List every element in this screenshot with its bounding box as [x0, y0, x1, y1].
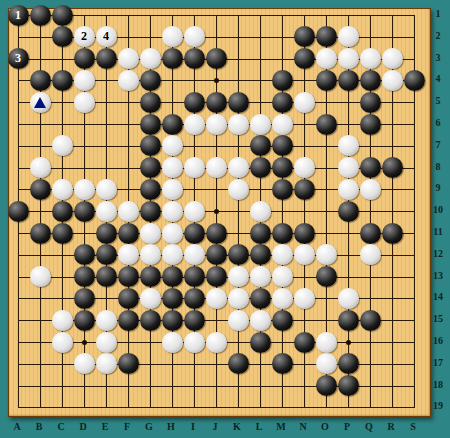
black-stone[interactable]	[272, 157, 293, 178]
black-stone[interactable]	[140, 135, 161, 156]
coordinate-label: 12	[431, 248, 445, 259]
black-stone[interactable]	[272, 310, 293, 331]
triangle-marker-icon	[34, 97, 46, 108]
black-stone[interactable]	[250, 223, 271, 244]
white-stone[interactable]	[360, 244, 381, 265]
white-stone[interactable]	[52, 179, 73, 200]
black-stone[interactable]	[140, 310, 161, 331]
white-stone[interactable]	[294, 92, 315, 113]
coordinate-label: E	[98, 421, 112, 432]
black-stone[interactable]	[360, 157, 381, 178]
black-stone[interactable]: 1	[8, 5, 29, 26]
coordinate-label: P	[340, 421, 354, 432]
white-stone[interactable]	[96, 310, 117, 331]
white-stone[interactable]	[316, 48, 337, 69]
white-stone[interactable]	[316, 353, 337, 374]
coordinate-label: A	[10, 421, 24, 432]
black-stone[interactable]	[338, 375, 359, 396]
black-stone[interactable]	[272, 223, 293, 244]
star-point	[214, 209, 219, 214]
black-stone[interactable]	[250, 288, 271, 309]
coordinate-label: F	[120, 421, 134, 432]
black-stone[interactable]	[294, 26, 315, 47]
black-stone[interactable]	[228, 92, 249, 113]
white-stone[interactable]	[228, 310, 249, 331]
black-stone[interactable]	[8, 201, 29, 222]
move-number-label: 4	[103, 29, 109, 43]
coordinate-label: 11	[431, 226, 445, 237]
white-stone[interactable]	[140, 288, 161, 309]
black-stone[interactable]	[162, 310, 183, 331]
coordinate-label: I	[186, 421, 200, 432]
black-stone[interactable]	[250, 157, 271, 178]
coordinate-label: H	[164, 421, 178, 432]
move-number-label: 1	[15, 8, 21, 22]
black-stone[interactable]	[206, 92, 227, 113]
black-stone[interactable]	[74, 48, 95, 69]
black-stone[interactable]	[294, 332, 315, 353]
black-stone[interactable]	[140, 70, 161, 91]
white-stone[interactable]	[250, 310, 271, 331]
white-stone[interactable]	[250, 201, 271, 222]
coordinate-label: G	[142, 421, 156, 432]
black-stone[interactable]	[206, 48, 227, 69]
white-stone[interactable]	[118, 201, 139, 222]
white-stone[interactable]	[162, 332, 183, 353]
black-stone[interactable]	[316, 266, 337, 287]
white-stone[interactable]	[30, 92, 51, 113]
white-stone[interactable]	[294, 157, 315, 178]
black-stone[interactable]	[140, 179, 161, 200]
white-stone[interactable]	[272, 114, 293, 135]
white-stone[interactable]	[184, 26, 205, 47]
black-stone[interactable]	[52, 223, 73, 244]
coordinate-label: 13	[431, 270, 445, 281]
coordinate-label: 8	[431, 161, 445, 172]
black-stone[interactable]	[162, 288, 183, 309]
coordinate-label: 15	[431, 313, 445, 324]
coordinate-label: 14	[431, 291, 445, 302]
coordinate-label: 3	[431, 52, 445, 63]
white-stone[interactable]	[294, 244, 315, 265]
black-stone[interactable]	[140, 157, 161, 178]
black-stone[interactable]	[96, 223, 117, 244]
white-stone[interactable]	[96, 332, 117, 353]
white-stone[interactable]: 4	[96, 26, 117, 47]
white-stone[interactable]: 2	[74, 26, 95, 47]
white-stone[interactable]	[382, 48, 403, 69]
coordinate-label: 7	[431, 139, 445, 150]
board-grid-line	[238, 15, 239, 408]
white-stone[interactable]	[228, 266, 249, 287]
black-stone[interactable]	[228, 353, 249, 374]
black-stone[interactable]	[96, 266, 117, 287]
coordinate-label: 9	[431, 182, 445, 193]
black-stone[interactable]	[382, 223, 403, 244]
star-point	[214, 78, 219, 83]
black-stone[interactable]	[118, 310, 139, 331]
black-stone[interactable]	[30, 5, 51, 26]
white-stone[interactable]	[162, 244, 183, 265]
coordinate-label: D	[76, 421, 90, 432]
white-stone[interactable]	[316, 244, 337, 265]
black-stone[interactable]	[294, 223, 315, 244]
black-stone[interactable]	[184, 310, 205, 331]
white-stone[interactable]	[184, 201, 205, 222]
black-stone[interactable]	[316, 70, 337, 91]
black-stone[interactable]	[184, 223, 205, 244]
white-stone[interactable]	[96, 179, 117, 200]
coordinate-label: 5	[431, 95, 445, 106]
white-stone[interactable]	[162, 179, 183, 200]
black-stone[interactable]	[30, 179, 51, 200]
black-stone[interactable]	[184, 92, 205, 113]
white-stone[interactable]	[52, 135, 73, 156]
white-stone[interactable]	[118, 244, 139, 265]
white-stone[interactable]	[228, 179, 249, 200]
black-stone[interactable]	[30, 223, 51, 244]
black-stone[interactable]	[206, 266, 227, 287]
app-frame: 1243 ABCDEFGHIJKLMNOPQRS 123456789101112…	[0, 0, 450, 438]
white-stone[interactable]	[206, 114, 227, 135]
black-stone[interactable]	[206, 244, 227, 265]
black-stone[interactable]	[140, 201, 161, 222]
coordinate-label: J	[208, 421, 222, 432]
black-stone[interactable]	[294, 179, 315, 200]
white-stone[interactable]	[272, 266, 293, 287]
white-stone[interactable]	[382, 70, 403, 91]
white-stone[interactable]	[118, 70, 139, 91]
white-stone[interactable]	[228, 157, 249, 178]
white-stone[interactable]	[206, 332, 227, 353]
black-stone[interactable]	[140, 92, 161, 113]
black-stone[interactable]	[272, 70, 293, 91]
black-stone[interactable]	[360, 70, 381, 91]
black-stone[interactable]	[228, 244, 249, 265]
white-stone[interactable]	[162, 201, 183, 222]
black-stone[interactable]	[52, 5, 73, 26]
white-stone[interactable]	[96, 201, 117, 222]
white-stone[interactable]	[30, 157, 51, 178]
white-stone[interactable]	[140, 48, 161, 69]
white-stone[interactable]	[162, 157, 183, 178]
coordinate-label: 6	[431, 117, 445, 128]
coordinate-label: R	[384, 421, 398, 432]
black-stone[interactable]	[316, 114, 337, 135]
black-stone[interactable]	[250, 135, 271, 156]
black-stone[interactable]	[162, 48, 183, 69]
black-stone[interactable]	[74, 288, 95, 309]
white-stone[interactable]	[184, 157, 205, 178]
white-stone[interactable]	[74, 353, 95, 374]
black-stone[interactable]	[118, 288, 139, 309]
white-stone[interactable]	[184, 114, 205, 135]
black-stone[interactable]	[360, 223, 381, 244]
white-stone[interactable]	[360, 48, 381, 69]
black-stone[interactable]	[206, 223, 227, 244]
move-number-label: 2	[81, 29, 87, 43]
white-stone[interactable]	[206, 157, 227, 178]
coordinate-label: 17	[431, 357, 445, 368]
black-stone[interactable]	[360, 310, 381, 331]
black-stone[interactable]	[52, 201, 73, 222]
black-stone[interactable]	[52, 70, 73, 91]
black-stone[interactable]	[74, 201, 95, 222]
black-stone[interactable]	[382, 157, 403, 178]
black-stone[interactable]	[184, 48, 205, 69]
coordinate-label: L	[252, 421, 266, 432]
coordinate-label: N	[296, 421, 310, 432]
black-stone[interactable]	[338, 310, 359, 331]
black-stone[interactable]	[294, 48, 315, 69]
black-stone[interactable]	[140, 266, 161, 287]
white-stone[interactable]	[272, 288, 293, 309]
black-stone[interactable]	[96, 244, 117, 265]
white-stone[interactable]	[162, 26, 183, 47]
move-number-label: 3	[15, 51, 21, 65]
black-stone[interactable]	[74, 310, 95, 331]
white-stone[interactable]	[74, 179, 95, 200]
black-stone[interactable]	[162, 266, 183, 287]
coordinate-label: 16	[431, 335, 445, 346]
go-board[interactable]: 1243	[8, 8, 431, 417]
black-stone[interactable]	[250, 244, 271, 265]
white-stone[interactable]	[338, 26, 359, 47]
black-stone[interactable]	[272, 92, 293, 113]
black-stone[interactable]	[96, 48, 117, 69]
black-stone[interactable]	[272, 135, 293, 156]
black-stone[interactable]	[162, 114, 183, 135]
black-stone[interactable]	[52, 26, 73, 47]
coordinate-label: 1	[431, 8, 445, 19]
white-stone[interactable]	[184, 244, 205, 265]
white-stone[interactable]	[74, 70, 95, 91]
black-stone[interactable]	[316, 375, 337, 396]
white-stone[interactable]	[338, 157, 359, 178]
coordinate-label: M	[274, 421, 288, 432]
black-stone[interactable]	[338, 201, 359, 222]
black-stone[interactable]	[74, 266, 95, 287]
black-stone[interactable]	[140, 114, 161, 135]
coordinate-label: 4	[431, 73, 445, 84]
coordinate-label: 18	[431, 379, 445, 390]
white-stone[interactable]	[250, 266, 271, 287]
white-stone[interactable]	[338, 179, 359, 200]
black-stone[interactable]	[74, 244, 95, 265]
white-stone[interactable]	[338, 288, 359, 309]
coordinate-label: 2	[431, 30, 445, 41]
white-stone[interactable]	[272, 244, 293, 265]
white-stone[interactable]	[52, 310, 73, 331]
white-stone[interactable]	[360, 179, 381, 200]
white-stone[interactable]	[184, 332, 205, 353]
white-stone[interactable]	[140, 244, 161, 265]
white-stone[interactable]	[338, 48, 359, 69]
coordinate-label: C	[54, 421, 68, 432]
white-stone[interactable]	[52, 332, 73, 353]
black-stone[interactable]	[360, 92, 381, 113]
black-stone[interactable]	[316, 26, 337, 47]
black-stone[interactable]	[184, 288, 205, 309]
black-stone[interactable]	[118, 266, 139, 287]
black-stone[interactable]: 3	[8, 48, 29, 69]
coordinate-label: K	[230, 421, 244, 432]
coordinate-label: 10	[431, 204, 445, 215]
black-stone[interactable]	[338, 70, 359, 91]
black-stone[interactable]	[272, 179, 293, 200]
white-stone[interactable]	[74, 92, 95, 113]
coordinate-label: S	[406, 421, 420, 432]
black-stone[interactable]	[184, 266, 205, 287]
black-stone[interactable]	[250, 332, 271, 353]
white-stone[interactable]	[118, 48, 139, 69]
white-stone[interactable]	[206, 288, 227, 309]
white-stone[interactable]	[140, 223, 161, 244]
coordinate-label: O	[318, 421, 332, 432]
white-stone[interactable]	[228, 114, 249, 135]
white-stone[interactable]	[30, 266, 51, 287]
white-stone[interactable]	[228, 288, 249, 309]
black-stone[interactable]	[360, 114, 381, 135]
coordinate-label: Q	[362, 421, 376, 432]
black-stone[interactable]	[118, 223, 139, 244]
black-stone[interactable]	[118, 353, 139, 374]
black-stone[interactable]	[272, 353, 293, 374]
coordinate-label: B	[32, 421, 46, 432]
star-point	[346, 340, 351, 345]
black-stone[interactable]	[30, 70, 51, 91]
black-stone[interactable]	[338, 353, 359, 374]
white-stone[interactable]	[316, 332, 337, 353]
white-stone[interactable]	[162, 223, 183, 244]
white-stone[interactable]	[250, 114, 271, 135]
white-stone[interactable]	[96, 353, 117, 374]
coordinate-label: 19	[431, 400, 445, 411]
white-stone[interactable]	[294, 288, 315, 309]
board-grid-line	[18, 407, 415, 408]
white-stone[interactable]	[338, 135, 359, 156]
star-point	[82, 340, 87, 345]
white-stone[interactable]	[162, 135, 183, 156]
black-stone[interactable]	[404, 70, 425, 91]
